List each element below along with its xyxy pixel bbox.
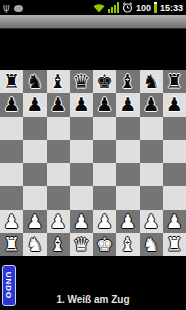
- square-b3[interactable]: [23, 186, 46, 209]
- square-b6[interactable]: [23, 117, 46, 140]
- black-rook: ♜: [166, 72, 183, 91]
- square-e4[interactable]: [93, 163, 116, 186]
- black-pawn: ♟: [166, 95, 183, 114]
- black-knight: ♞: [143, 72, 160, 91]
- square-g6[interactable]: [140, 117, 163, 140]
- square-f2[interactable]: ♟: [116, 210, 139, 233]
- black-rook: ♜: [3, 72, 20, 91]
- black-pawn: ♟: [50, 95, 67, 114]
- alarm-icon: [122, 2, 133, 13]
- white-pawn: ♟: [166, 212, 183, 231]
- black-pawn: ♟: [73, 95, 90, 114]
- square-a5[interactable]: [0, 140, 23, 163]
- square-d6[interactable]: [70, 117, 93, 140]
- white-pawn: ♟: [3, 212, 20, 231]
- square-h4[interactable]: [163, 163, 186, 186]
- square-e5[interactable]: [93, 140, 116, 163]
- black-pawn: ♟: [119, 95, 136, 114]
- black-pawn: ♟: [96, 95, 113, 114]
- chess-board[interactable]: ♜♞♝♛♚♝♞♜♟♟♟♟♟♟♟♟♟♟♟♟♟♟♟♟♜♞♝♛♚♝♞♜: [0, 70, 186, 256]
- black-bishop: ♝: [119, 72, 136, 91]
- square-g5[interactable]: [140, 140, 163, 163]
- square-g1[interactable]: ♞: [140, 233, 163, 256]
- square-c6[interactable]: [47, 117, 70, 140]
- white-knight: ♞: [143, 235, 160, 254]
- black-king: ♚: [96, 72, 113, 91]
- black-pawn: ♟: [143, 95, 160, 114]
- square-f1[interactable]: ♝: [116, 233, 139, 256]
- top-gap: [0, 29, 186, 70]
- white-king: ♚: [96, 235, 113, 254]
- black-bishop: ♝: [50, 72, 67, 91]
- square-a2[interactable]: ♟: [0, 210, 23, 233]
- wifi-icon: [93, 3, 105, 13]
- white-bishop: ♝: [50, 235, 67, 254]
- square-h8[interactable]: ♜: [163, 70, 186, 93]
- square-b2[interactable]: ♟: [23, 210, 46, 233]
- square-f8[interactable]: ♝: [116, 70, 139, 93]
- square-d1[interactable]: ♛: [70, 233, 93, 256]
- square-a6[interactable]: [0, 117, 23, 140]
- white-knight: ♞: [26, 235, 43, 254]
- square-h7[interactable]: ♟: [163, 93, 186, 116]
- white-pawn: ♟: [119, 212, 136, 231]
- white-rook: ♜: [166, 235, 183, 254]
- square-f3[interactable]: [116, 186, 139, 209]
- square-c8[interactable]: ♝: [47, 70, 70, 93]
- square-g7[interactable]: ♟: [140, 93, 163, 116]
- square-a7[interactable]: ♟: [0, 93, 23, 116]
- square-b7[interactable]: ♟: [23, 93, 46, 116]
- square-b4[interactable]: [23, 163, 46, 186]
- debug-icon: [14, 5, 23, 12]
- white-pawn: ♟: [50, 212, 67, 231]
- square-c3[interactable]: [47, 186, 70, 209]
- white-pawn: ♟: [26, 212, 43, 231]
- usb-icon: ψ: [3, 3, 10, 13]
- square-c5[interactable]: [47, 140, 70, 163]
- square-a1[interactable]: ♜: [0, 233, 23, 256]
- square-e1[interactable]: ♚: [93, 233, 116, 256]
- square-h5[interactable]: [163, 140, 186, 163]
- black-pawn: ♟: [3, 95, 20, 114]
- square-g3[interactable]: [140, 186, 163, 209]
- white-pawn: ♟: [143, 212, 160, 231]
- title-bar: [0, 15, 186, 29]
- square-g4[interactable]: [140, 163, 163, 186]
- square-f7[interactable]: ♟: [116, 93, 139, 116]
- square-c2[interactable]: ♟: [47, 210, 70, 233]
- white-queen: ♛: [73, 235, 90, 254]
- square-f5[interactable]: [116, 140, 139, 163]
- square-g2[interactable]: ♟: [140, 210, 163, 233]
- square-h3[interactable]: [163, 186, 186, 209]
- square-d8[interactable]: ♛: [70, 70, 93, 93]
- square-c7[interactable]: ♟: [47, 93, 70, 116]
- square-a4[interactable]: [0, 163, 23, 186]
- battery-level: 100: [136, 3, 151, 13]
- square-d4[interactable]: [70, 163, 93, 186]
- battery-icon: [154, 2, 157, 13]
- square-e6[interactable]: [93, 117, 116, 140]
- square-d5[interactable]: [70, 140, 93, 163]
- square-c4[interactable]: [47, 163, 70, 186]
- square-d2[interactable]: ♟: [70, 210, 93, 233]
- white-rook: ♜: [3, 235, 20, 254]
- status-bar-right: 100 15:33: [93, 2, 183, 13]
- move-status-text: 1. Weiß am Zug: [0, 294, 186, 305]
- square-a8[interactable]: ♜: [0, 70, 23, 93]
- square-e7[interactable]: ♟: [93, 93, 116, 116]
- square-e2[interactable]: ♟: [93, 210, 116, 233]
- black-pawn: ♟: [26, 95, 43, 114]
- white-bishop: ♝: [119, 235, 136, 254]
- square-a3[interactable]: [0, 186, 23, 209]
- white-pawn: ♟: [96, 212, 113, 231]
- square-b8[interactable]: ♞: [23, 70, 46, 93]
- clock-time: 15:33: [160, 3, 183, 13]
- bottom-area: UNDO 1. Weiß am Zug: [0, 256, 186, 310]
- square-h2[interactable]: ♟: [163, 210, 186, 233]
- square-f6[interactable]: [116, 117, 139, 140]
- white-pawn: ♟: [73, 212, 90, 231]
- square-d7[interactable]: ♟: [70, 93, 93, 116]
- square-e3[interactable]: [93, 186, 116, 209]
- black-queen: ♛: [73, 72, 90, 91]
- square-d3[interactable]: [70, 186, 93, 209]
- status-bar: ψ 100 15:33: [0, 0, 186, 15]
- square-f4[interactable]: [116, 163, 139, 186]
- square-c1[interactable]: ♝: [47, 233, 70, 256]
- square-h1[interactable]: ♜: [163, 233, 186, 256]
- black-knight: ♞: [26, 72, 43, 91]
- signal-icon: [108, 2, 119, 13]
- status-bar-left: ψ: [3, 3, 23, 13]
- square-b1[interactable]: ♞: [23, 233, 46, 256]
- square-h6[interactable]: [163, 117, 186, 140]
- square-e8[interactable]: ♚: [93, 70, 116, 93]
- square-g8[interactable]: ♞: [140, 70, 163, 93]
- square-b5[interactable]: [23, 140, 46, 163]
